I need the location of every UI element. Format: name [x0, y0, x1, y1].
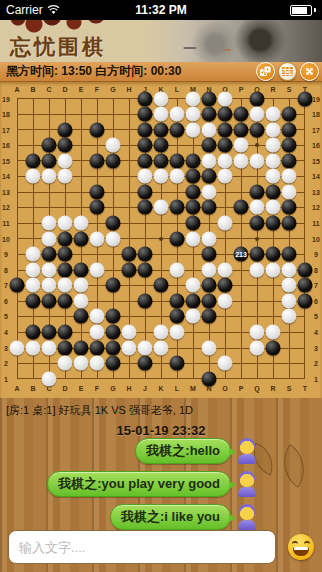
black-stone: [26, 293, 41, 308]
black-stone: [42, 293, 57, 308]
black-stone: [250, 91, 265, 106]
black-stone: [282, 216, 297, 231]
black-stone: [202, 107, 217, 122]
coordinate-label: 8: [314, 266, 318, 273]
coordinate-label: J: [143, 385, 147, 392]
coordinate-label: 15: [312, 157, 320, 164]
star-point: [255, 237, 259, 241]
coordinate-label: 19: [2, 95, 10, 102]
coordinate-label: A: [14, 86, 19, 93]
white-stone: [58, 216, 73, 231]
white-stone: [42, 278, 57, 293]
coordinate-label: 14: [312, 173, 320, 180]
black-stone: [202, 169, 217, 184]
coordinate-label: B: [30, 86, 35, 93]
coordinate-label: 17: [312, 126, 320, 133]
white-stone: [10, 340, 25, 355]
white-stone: [154, 91, 169, 106]
coordinate-label: L: [175, 385, 179, 392]
black-stone: [282, 107, 297, 122]
white-stone: [282, 184, 297, 199]
star-point: [255, 143, 259, 147]
coordinate-label: 14: [2, 173, 10, 180]
coordinate-label: M: [190, 385, 196, 392]
coordinate-label: D: [62, 385, 67, 392]
coordinate-label: 1: [4, 375, 8, 382]
black-stone: [186, 216, 201, 231]
white-stone: [42, 371, 57, 386]
avatar: [236, 438, 258, 464]
black-stone: [90, 184, 105, 199]
coordinate-label: 11: [2, 220, 9, 227]
black-stone: [282, 153, 297, 168]
coordinate-label: K: [158, 385, 163, 392]
black-stone: [202, 91, 217, 106]
black-stone: [282, 122, 297, 137]
coordinate-label: 3: [314, 344, 318, 351]
black-stone: [106, 325, 121, 340]
black-stone: [170, 122, 185, 137]
coordinate-label: 16: [312, 142, 320, 149]
black-stone: [138, 247, 153, 262]
black-stone: [74, 309, 89, 324]
white-stone: [218, 153, 233, 168]
black-stone: [42, 247, 57, 262]
white-stone: [26, 262, 41, 277]
coordinate-label: 4: [314, 329, 318, 336]
avatar: [236, 504, 258, 530]
black-stone: [266, 184, 281, 199]
white-stone: [218, 91, 233, 106]
black-stone: [218, 122, 233, 137]
coordinate-label: 15: [2, 157, 10, 164]
white-stone: [202, 184, 217, 199]
app-title: 忘忧围棋: [10, 33, 106, 61]
black-stone: [282, 138, 297, 153]
coordinate-label: F: [95, 385, 99, 392]
black-stone: [234, 122, 249, 137]
black-stone: [90, 200, 105, 215]
chat-message-row: 我棋之:you play very good: [47, 471, 258, 497]
app-banner: 忘忧围棋: [0, 20, 322, 62]
white-stone: [154, 200, 169, 215]
black-stone: [154, 138, 169, 153]
white-stone: [74, 278, 89, 293]
coordinate-label: 9: [4, 251, 8, 258]
black-stone: [42, 153, 57, 168]
coordinate-label: 13: [312, 188, 320, 195]
chat-bubble: 我棋之:hello: [135, 438, 231, 464]
white-stone: [218, 262, 233, 277]
white-stone: [266, 138, 281, 153]
black-stone: [170, 293, 185, 308]
black-stone: [122, 262, 137, 277]
white-stone: [202, 340, 217, 355]
black-stone: [186, 200, 201, 215]
white-stone: [138, 340, 153, 355]
white-stone: [218, 216, 233, 231]
white-stone: [266, 107, 281, 122]
leaf-decoration-icon: [272, 444, 317, 489]
coordinate-label: Q: [254, 385, 259, 392]
coordinate-label: 19: [312, 95, 320, 102]
coordinate-label: 2: [314, 360, 318, 367]
black-stone: [58, 293, 73, 308]
white-stone: [266, 169, 281, 184]
black-stone: [26, 153, 41, 168]
white-stone: [234, 153, 249, 168]
black-stone: [10, 278, 25, 293]
chat-bubble: 我棋之:you play very good: [47, 471, 231, 497]
black-stone: [106, 216, 121, 231]
black-stone: [106, 278, 121, 293]
white-stone: [154, 107, 169, 122]
black-stone: [170, 309, 185, 324]
coordinate-label: 5: [4, 313, 8, 320]
black-stone: [298, 293, 313, 308]
black-stone: [202, 247, 217, 262]
black-stone: [218, 107, 233, 122]
dice-button[interactable]: [256, 62, 275, 81]
black-stone: [186, 169, 201, 184]
emoji-mouth: [293, 547, 309, 556]
coordinate-label: F: [95, 86, 99, 93]
black-stone: [250, 122, 265, 137]
black-stone: [170, 356, 185, 371]
white-stone: [74, 356, 89, 371]
chat-message-row: 我棋之:hello: [135, 438, 258, 464]
white-stone: [154, 340, 169, 355]
black-stone: [138, 184, 153, 199]
coordinate-label: 6: [4, 297, 8, 304]
white-stone: [282, 169, 297, 184]
white-stone: [58, 153, 73, 168]
black-stone: [298, 91, 313, 106]
black-stone: [202, 309, 217, 324]
coordinate-label: 4: [4, 329, 8, 336]
wifi-icon: [47, 5, 60, 15]
black-stone: [170, 153, 185, 168]
white-stone: [42, 262, 57, 277]
coordinate-label: 9: [314, 251, 318, 258]
black-stone: [202, 278, 217, 293]
coordinate-label: D: [62, 86, 67, 93]
black-stone: [138, 107, 153, 122]
coordinate-label: 12: [312, 204, 320, 211]
coordinate-label: O: [222, 385, 227, 392]
coordinate-label: 16: [2, 142, 10, 149]
coordinate-label: E: [79, 86, 84, 93]
coordinate-label: H: [126, 86, 131, 93]
white-stone: [250, 153, 265, 168]
black-stone: [58, 138, 73, 153]
black-stone: [74, 340, 89, 355]
black-stone: [266, 340, 281, 355]
black-stone: [218, 138, 233, 153]
black-stone: [42, 325, 57, 340]
arrows-icon: [303, 65, 316, 78]
black-stone: [298, 262, 313, 277]
black-stone: [138, 262, 153, 277]
status-bar: Carrier 11:32 PM: [0, 0, 322, 20]
black-stone: [202, 200, 217, 215]
black-stone: [266, 247, 281, 262]
coordinate-label: 11: [312, 220, 319, 227]
black-stone: [250, 247, 265, 262]
coordinate-label: R: [270, 86, 275, 93]
coordinate-label: S: [287, 86, 292, 93]
white-stone: [186, 231, 201, 246]
white-stone: [250, 200, 265, 215]
chat-bubble: 我棋之:i like you: [110, 504, 231, 530]
black-stone: [218, 278, 233, 293]
black-stone: [138, 138, 153, 153]
white-stone: [154, 325, 169, 340]
white-stone: [138, 169, 153, 184]
white-stone: [186, 122, 201, 137]
white-stone: [90, 231, 105, 246]
black-stone: [58, 340, 73, 355]
white-stone: [42, 216, 57, 231]
battery-icon: [290, 5, 312, 16]
coordinate-label: G: [110, 385, 115, 392]
emoji-button[interactable]: [288, 534, 314, 560]
black-stone: [58, 231, 73, 246]
white-stone: [42, 231, 57, 246]
white-stone: [266, 200, 281, 215]
carrier-label: Carrier: [6, 3, 43, 17]
black-stone: [26, 325, 41, 340]
black-stone: [186, 153, 201, 168]
black-stone: [42, 138, 57, 153]
black-stone: [74, 262, 89, 277]
black-stone: [234, 107, 249, 122]
chat-message-row: 我棋之:i like you: [110, 504, 258, 530]
white-stone: [266, 153, 281, 168]
coordinate-label: 2: [4, 360, 8, 367]
black-stone: [106, 153, 121, 168]
black-stone: [250, 216, 265, 231]
black-stone: [138, 153, 153, 168]
white-stone: [282, 278, 297, 293]
white-stone: [170, 107, 185, 122]
coordinate-label: 18: [312, 111, 320, 118]
black-stone: [282, 247, 297, 262]
avatar: [236, 471, 258, 497]
dice-icon: [259, 65, 272, 78]
white-stone: [266, 325, 281, 340]
white-stone: [58, 356, 73, 371]
black-stone: [138, 356, 153, 371]
white-stone: [202, 262, 217, 277]
arrows-button[interactable]: [300, 62, 319, 81]
chat-area: 我棋之:hello 我棋之:you play very good 我棋之:i l…: [0, 438, 258, 530]
white-stone: [282, 309, 297, 324]
white-stone: [202, 231, 217, 246]
coordinate-label: 7: [314, 282, 318, 289]
black-stone: [250, 184, 265, 199]
black-stone: [266, 216, 281, 231]
coordinate-label: 10: [2, 235, 10, 242]
black-stone: [202, 293, 217, 308]
battery-tip: [314, 8, 316, 12]
counting-board-icon: [281, 65, 294, 78]
black-stone: [234, 200, 249, 215]
black-stone: [298, 278, 313, 293]
black-stone: [90, 122, 105, 137]
move-number-marker: 213: [235, 251, 247, 258]
coordinate-label: B: [30, 385, 35, 392]
white-stone: [90, 356, 105, 371]
black-stone: [202, 371, 217, 386]
white-stone: [90, 325, 105, 340]
white-stone: [186, 91, 201, 106]
white-stone: [154, 169, 169, 184]
coordinate-label: A: [14, 385, 19, 392]
black-stone: [58, 247, 73, 262]
black-stone: [138, 122, 153, 137]
black-stone: [202, 138, 217, 153]
black-stone: [58, 262, 73, 277]
white-stone: [186, 107, 201, 122]
black-stone: [58, 122, 73, 137]
white-stone: [90, 309, 105, 324]
coordinate-label: P: [239, 86, 244, 93]
white-stone: [266, 262, 281, 277]
star-point: [159, 237, 163, 241]
coordinate-label: 17: [2, 126, 10, 133]
clock: 11:32 PM: [96, 3, 226, 17]
black-stone: [74, 231, 89, 246]
white-stone: [74, 293, 89, 308]
white-stone: [42, 340, 57, 355]
white-stone: [202, 122, 217, 137]
white-stone: [186, 309, 201, 324]
white-stone: [218, 293, 233, 308]
black-stone: [170, 231, 185, 246]
black-stone: [106, 309, 121, 324]
black-stone: [138, 91, 153, 106]
white-stone: [250, 340, 265, 355]
coordinate-label: 13: [2, 188, 10, 195]
coordinate-label: H: [126, 385, 131, 392]
coordinate-label: 10: [312, 235, 320, 242]
white-stone: [74, 216, 89, 231]
black-stone: [138, 200, 153, 215]
black-stone: [282, 200, 297, 215]
coordinate-label: 1: [314, 375, 318, 382]
coordinate-label: 3: [4, 344, 8, 351]
chat-input-bar: [8, 530, 314, 564]
timer-bar: 黑方时间: 13:50 白方时间: 00:30: [0, 62, 322, 82]
chat-input[interactable]: [8, 530, 276, 564]
white-stone: [26, 247, 41, 262]
white-stone: [26, 340, 41, 355]
white-stone: [186, 278, 201, 293]
white-stone: [250, 107, 265, 122]
white-stone: [250, 262, 265, 277]
black-stone: [90, 153, 105, 168]
coordinate-label: L: [175, 86, 179, 93]
go-board[interactable]: AABBCCDDEEFFGGHHJJKKLLMMNNOOPPQQRRSSTT19…: [0, 82, 322, 398]
black-stone: [170, 200, 185, 215]
coordinate-label: G: [110, 86, 115, 93]
black-stone: [106, 340, 121, 355]
black-stone: [186, 184, 201, 199]
black-stone: [138, 293, 153, 308]
coordinate-label: 12: [2, 204, 10, 211]
black-stone: [186, 293, 201, 308]
white-stone: [234, 138, 249, 153]
white-stone: [218, 169, 233, 184]
game-timers: 黑方时间: 13:50 白方时间: 00:30: [6, 63, 256, 80]
white-stone: [122, 340, 137, 355]
coordinate-label: 5: [314, 313, 318, 320]
white-stone: [266, 122, 281, 137]
white-stone: [170, 169, 185, 184]
coordinate-label: 7: [4, 282, 8, 289]
white-stone: [106, 138, 121, 153]
white-stone: [170, 262, 185, 277]
white-stone: [58, 169, 73, 184]
coordinate-label: C: [46, 86, 51, 93]
white-stone: [90, 262, 105, 277]
white-stone: [106, 231, 121, 246]
coordinate-label: 8: [4, 266, 8, 273]
white-stone: [282, 293, 297, 308]
counting-button[interactable]: [278, 62, 297, 81]
white-stone: [170, 325, 185, 340]
black-stone: [154, 278, 169, 293]
white-stone: [122, 325, 137, 340]
black-stone: [154, 153, 169, 168]
coordinate-label: E: [79, 385, 84, 392]
bottom-panel: [房:1 桌:1] 好玩具 1K VS 强哥老爷, 1D 15-01-19 23…: [0, 398, 322, 572]
black-stone: [90, 340, 105, 355]
chat-timestamp: 15-01-19 23:32: [0, 423, 322, 438]
white-stone: [202, 153, 217, 168]
coordinate-label: S: [287, 385, 292, 392]
black-stone: [58, 325, 73, 340]
coordinate-label: R: [270, 385, 275, 392]
white-stone: [26, 169, 41, 184]
black-stone: [106, 356, 121, 371]
white-stone: [42, 169, 57, 184]
coordinate-label: 18: [2, 111, 10, 118]
room-info: [房:1 桌:1] 好玩具 1K VS 强哥老爷, 1D: [0, 398, 322, 418]
black-stone: [122, 247, 137, 262]
white-stone: [218, 356, 233, 371]
white-stone: [26, 278, 41, 293]
white-stone: [250, 325, 265, 340]
coordinate-label: 6: [314, 297, 318, 304]
black-stone: [154, 122, 169, 137]
white-stone: [58, 278, 73, 293]
coordinate-label: P: [239, 385, 244, 392]
coordinate-label: T: [303, 385, 307, 392]
white-stone: [282, 262, 297, 277]
